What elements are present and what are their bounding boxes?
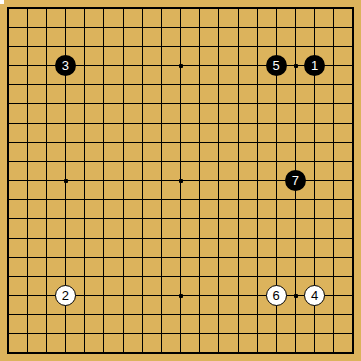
stones-layer: 1234567 — [0, 0, 361, 361]
go-stone-white-2: 2 — [55, 285, 76, 306]
go-stone-white-6: 6 — [266, 285, 287, 306]
go-stone-black-3: 3 — [55, 55, 76, 76]
go-stone-white-4: 4 — [304, 285, 325, 306]
go-stone-black-7: 7 — [285, 170, 306, 191]
corner-artifact — [0, 0, 4, 4]
go-stone-black-1: 1 — [304, 55, 325, 76]
go-board: 1234567 — [0, 0, 361, 361]
go-stone-black-5: 5 — [266, 55, 287, 76]
screenshot-stage: 1234567 — [0, 0, 361, 361]
